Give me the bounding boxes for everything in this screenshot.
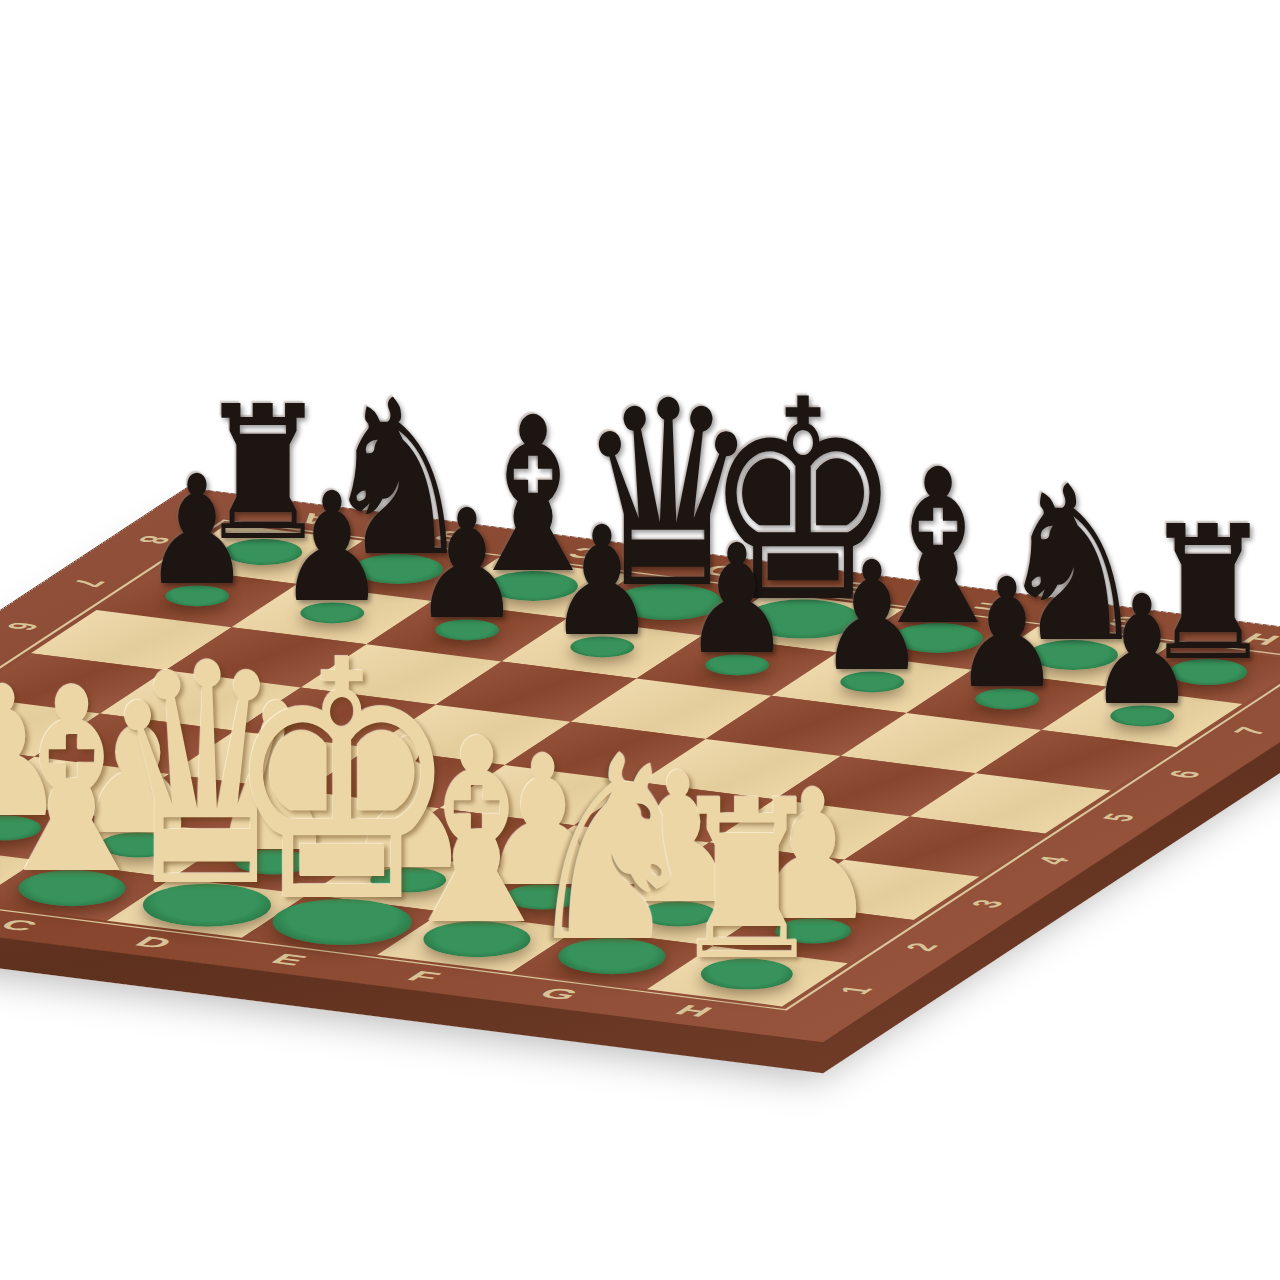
black-pawn-glyph: ♟ (683, 525, 791, 676)
white-rook-glyph: ♜ (668, 771, 826, 991)
black-pawn-glyph: ♟ (953, 559, 1061, 710)
black-pawn-glyph: ♟ (548, 507, 656, 658)
black-pawn-glyph: ♟ (143, 456, 251, 607)
black-pawn-glyph: ♟ (818, 542, 926, 693)
black-pawn-glyph: ♟ (1088, 576, 1196, 727)
chess-set-photo: A B C D E F G H A B C D E F G H 8 7 6 5 … (0, 0, 1280, 1280)
